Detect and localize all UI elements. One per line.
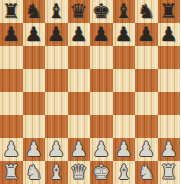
square-a5[interactable] (0, 69, 23, 92)
square-f7[interactable]: ♟ (113, 23, 136, 46)
piece-black-knight[interactable]: ♞ (137, 1, 155, 21)
square-h6[interactable] (158, 46, 181, 69)
square-e5[interactable] (90, 69, 113, 92)
square-h2[interactable]: ♟ (158, 138, 181, 161)
piece-black-pawn[interactable]: ♟ (70, 24, 88, 44)
piece-black-rook[interactable]: ♜ (160, 1, 178, 21)
piece-white-king[interactable]: ♚ (92, 162, 110, 182)
square-h7[interactable]: ♟ (158, 23, 181, 46)
square-b8[interactable]: ♞ (23, 0, 46, 23)
square-c3[interactable] (45, 115, 68, 138)
piece-black-king[interactable]: ♚ (92, 1, 110, 21)
square-g5[interactable] (135, 69, 158, 92)
square-d1[interactable]: ♛ (68, 161, 91, 184)
square-d2[interactable]: ♟ (68, 138, 91, 161)
square-d5[interactable] (68, 69, 91, 92)
square-f3[interactable] (113, 115, 136, 138)
piece-black-pawn[interactable]: ♟ (92, 24, 110, 44)
square-b2[interactable]: ♟ (23, 138, 46, 161)
square-d7[interactable]: ♟ (68, 23, 91, 46)
piece-black-pawn[interactable]: ♟ (160, 24, 178, 44)
square-g7[interactable]: ♟ (135, 23, 158, 46)
square-f5[interactable] (113, 69, 136, 92)
square-g3[interactable] (135, 115, 158, 138)
square-a1[interactable]: ♜ (0, 161, 23, 184)
piece-white-rook[interactable]: ♜ (2, 162, 20, 182)
chess-board: ♜♞♝♛♚♝♞♜♟♟♟♟♟♟♟♟♟♟♟♟♟♟♟♟♜♞♝♛♚♝♞♜ (0, 0, 180, 184)
square-h4[interactable] (158, 92, 181, 115)
piece-white-bishop[interactable]: ♝ (115, 162, 133, 182)
piece-white-pawn[interactable]: ♟ (160, 139, 178, 159)
square-d3[interactable] (68, 115, 91, 138)
piece-black-pawn[interactable]: ♟ (47, 24, 65, 44)
square-b3[interactable] (23, 115, 46, 138)
piece-white-pawn[interactable]: ♟ (2, 139, 20, 159)
piece-black-pawn[interactable]: ♟ (25, 24, 43, 44)
piece-black-pawn[interactable]: ♟ (2, 24, 20, 44)
piece-white-pawn[interactable]: ♟ (70, 139, 88, 159)
square-f1[interactable]: ♝ (113, 161, 136, 184)
square-f6[interactable] (113, 46, 136, 69)
square-c6[interactable] (45, 46, 68, 69)
square-c4[interactable] (45, 92, 68, 115)
square-c8[interactable]: ♝ (45, 0, 68, 23)
square-h8[interactable]: ♜ (158, 0, 181, 23)
piece-black-bishop[interactable]: ♝ (47, 1, 65, 21)
square-b5[interactable] (23, 69, 46, 92)
square-b7[interactable]: ♟ (23, 23, 46, 46)
square-d8[interactable]: ♛ (68, 0, 91, 23)
square-c1[interactable]: ♝ (45, 161, 68, 184)
square-e1[interactable]: ♚ (90, 161, 113, 184)
square-e4[interactable] (90, 92, 113, 115)
piece-black-pawn[interactable]: ♟ (137, 24, 155, 44)
chess-app-window: ♜♞♝♛♚♝♞♜♟♟♟♟♟♟♟♟♟♟♟♟♟♟♟♟♜♞♝♛♚♝♞♜ (0, 0, 180, 184)
square-a3[interactable] (0, 115, 23, 138)
square-g4[interactable] (135, 92, 158, 115)
square-e3[interactable] (90, 115, 113, 138)
piece-black-bishop[interactable]: ♝ (115, 1, 133, 21)
piece-white-knight[interactable]: ♞ (137, 162, 155, 182)
square-h1[interactable]: ♜ (158, 161, 181, 184)
square-f2[interactable]: ♟ (113, 138, 136, 161)
piece-white-bishop[interactable]: ♝ (47, 162, 65, 182)
piece-white-rook[interactable]: ♜ (160, 162, 178, 182)
square-d4[interactable] (68, 92, 91, 115)
piece-white-pawn[interactable]: ♟ (92, 139, 110, 159)
square-e7[interactable]: ♟ (90, 23, 113, 46)
square-e8[interactable]: ♚ (90, 0, 113, 23)
piece-white-pawn[interactable]: ♟ (115, 139, 133, 159)
square-f8[interactable]: ♝ (113, 0, 136, 23)
piece-black-queen[interactable]: ♛ (70, 1, 88, 21)
square-g8[interactable]: ♞ (135, 0, 158, 23)
square-b6[interactable] (23, 46, 46, 69)
square-c2[interactable]: ♟ (45, 138, 68, 161)
square-e6[interactable] (90, 46, 113, 69)
piece-black-rook[interactable]: ♜ (2, 1, 20, 21)
square-g6[interactable] (135, 46, 158, 69)
square-a7[interactable]: ♟ (0, 23, 23, 46)
piece-white-knight[interactable]: ♞ (25, 162, 43, 182)
square-h5[interactable] (158, 69, 181, 92)
square-a2[interactable]: ♟ (0, 138, 23, 161)
piece-white-pawn[interactable]: ♟ (47, 139, 65, 159)
piece-white-pawn[interactable]: ♟ (137, 139, 155, 159)
piece-black-knight[interactable]: ♞ (25, 1, 43, 21)
square-g1[interactable]: ♞ (135, 161, 158, 184)
square-d6[interactable] (68, 46, 91, 69)
square-c5[interactable] (45, 69, 68, 92)
square-a4[interactable] (0, 92, 23, 115)
piece-white-queen[interactable]: ♛ (70, 162, 88, 182)
square-e2[interactable]: ♟ (90, 138, 113, 161)
square-a6[interactable] (0, 46, 23, 69)
square-f4[interactable] (113, 92, 136, 115)
square-h3[interactable] (158, 115, 181, 138)
square-a8[interactable]: ♜ (0, 0, 23, 23)
square-g2[interactable]: ♟ (135, 138, 158, 161)
square-b1[interactable]: ♞ (23, 161, 46, 184)
square-b4[interactable] (23, 92, 46, 115)
piece-black-pawn[interactable]: ♟ (115, 24, 133, 44)
square-c7[interactable]: ♟ (45, 23, 68, 46)
piece-white-pawn[interactable]: ♟ (25, 139, 43, 159)
